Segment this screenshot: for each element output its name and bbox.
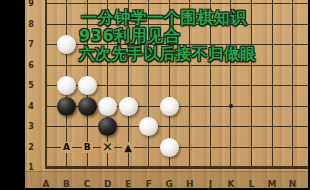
stone-black-C4[interactable] (78, 97, 97, 116)
col-label-G: G (163, 179, 175, 189)
stone-white-G4[interactable] (160, 97, 179, 116)
row-label-6: 6 (25, 61, 37, 70)
stone-white-C5[interactable] (78, 76, 97, 95)
col-label-E: E (122, 179, 134, 189)
row-label-9: 9 (25, 0, 37, 8)
marker-B-C2: B (82, 142, 93, 153)
row-label-2: 2 (25, 143, 37, 152)
video-frame: 一分钟学一个围棋知识 936利用见合 六次先手以后接不归做眼 AB✕▲98765… (0, 0, 310, 190)
col-label-M: M (266, 179, 278, 189)
grid-line-row-9 (45, 3, 308, 4)
col-label-N: N (287, 179, 299, 189)
row-label-5: 5 (25, 81, 37, 90)
col-label-A: A (40, 179, 52, 189)
row-label-1: 1 (25, 163, 37, 172)
stone-white-E4[interactable] (119, 97, 138, 116)
lesson-subtitle-text: 六次先手以后接不归做眼 (79, 44, 256, 65)
stone-white-D4[interactable] (98, 97, 117, 116)
marker-A-B2: A (61, 142, 72, 153)
row-label-3: 3 (25, 122, 37, 131)
col-label-C: C (81, 179, 93, 189)
col-label-F: F (143, 179, 155, 189)
row-label-4: 4 (25, 102, 37, 111)
col-label-D: D (102, 179, 114, 189)
col-label-B: B (61, 179, 73, 189)
grid-line-row-3 (45, 126, 308, 127)
grid-line-row-1 (45, 166, 308, 169)
col-label-L: L (246, 179, 258, 189)
row-label-8: 8 (25, 20, 37, 29)
col-label-K: K (225, 179, 237, 189)
marker-X-D2: ✕ (101, 142, 114, 153)
marker-▲-E2: ▲ (122, 142, 134, 153)
stone-white-G2[interactable] (160, 138, 179, 157)
col-label-J: J (204, 179, 216, 189)
row-label-7: 7 (25, 40, 37, 49)
stone-black-B4[interactable] (57, 97, 76, 116)
col-label-H: H (184, 179, 196, 189)
